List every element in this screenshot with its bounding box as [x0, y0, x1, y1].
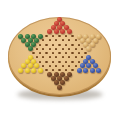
hole[interactable] [45, 44, 47, 46]
hole[interactable] [49, 65, 51, 67]
hole[interactable] [49, 48, 51, 50]
hole[interactable] [39, 44, 41, 46]
peg-red[interactable] [67, 29, 72, 34]
hole[interactable] [58, 69, 60, 71]
hole[interactable] [42, 39, 44, 41]
hole[interactable] [55, 48, 57, 50]
peg-blue[interactable] [83, 68, 88, 73]
hole[interactable] [52, 69, 54, 71]
hole[interactable] [58, 52, 60, 54]
hole[interactable] [75, 56, 77, 58]
chinese-checkers-board [8, 17, 111, 95]
hole[interactable] [36, 48, 38, 50]
hole[interactable] [81, 56, 83, 58]
hole[interactable] [62, 39, 64, 41]
hole[interactable] [39, 52, 41, 54]
hole[interactable] [45, 52, 47, 54]
hole[interactable] [52, 35, 54, 37]
hole[interactable] [84, 52, 86, 54]
peg-yellow[interactable] [38, 68, 43, 73]
peg-red[interactable] [54, 29, 59, 34]
hole[interactable] [45, 35, 47, 37]
hole[interactable] [71, 52, 73, 54]
hole[interactable] [78, 52, 80, 54]
hole[interactable] [49, 56, 51, 58]
hole[interactable] [68, 48, 70, 50]
hole[interactable] [45, 61, 47, 63]
hole[interactable] [32, 52, 34, 54]
chinese-checkers-photo [0, 0, 120, 120]
hole[interactable] [75, 39, 77, 41]
peg-natural[interactable] [86, 46, 91, 51]
hole[interactable] [68, 39, 70, 41]
hole[interactable] [81, 48, 83, 50]
hole[interactable] [65, 44, 67, 46]
hole[interactable] [42, 56, 44, 58]
hole[interactable] [68, 56, 70, 58]
hole[interactable] [49, 39, 51, 41]
hole[interactable] [42, 65, 44, 67]
hole[interactable] [52, 61, 54, 63]
hole[interactable] [75, 65, 77, 67]
hole[interactable] [45, 69, 47, 71]
peg-blue[interactable] [96, 68, 101, 73]
peg-blue[interactable] [77, 68, 82, 73]
hole[interactable] [39, 61, 41, 63]
hole[interactable] [62, 48, 64, 50]
hole[interactable] [71, 61, 73, 63]
hole[interactable] [42, 48, 44, 50]
hole[interactable] [52, 44, 54, 46]
hole[interactable] [55, 56, 57, 58]
hole[interactable] [55, 65, 57, 67]
hole[interactable] [71, 69, 73, 71]
hole[interactable] [71, 35, 73, 37]
hole[interactable] [58, 61, 60, 63]
hole[interactable] [62, 65, 64, 67]
hole[interactable] [65, 52, 67, 54]
hole[interactable] [65, 35, 67, 37]
peg-red[interactable] [60, 29, 65, 34]
peg-blue[interactable] [90, 68, 95, 73]
peg-yellow[interactable] [25, 68, 30, 73]
hole[interactable] [52, 52, 54, 54]
hole[interactable] [65, 69, 67, 71]
hole[interactable] [58, 35, 60, 37]
hole[interactable] [36, 56, 38, 58]
hole[interactable] [65, 61, 67, 63]
peg-green[interactable] [28, 46, 33, 51]
hole[interactable] [58, 44, 60, 46]
peg-lattice [8, 17, 111, 95]
hole[interactable] [68, 65, 70, 67]
peg-yellow[interactable] [31, 68, 36, 73]
hole[interactable] [55, 39, 57, 41]
peg-yellow[interactable] [18, 68, 23, 73]
peg-brown[interactable] [57, 85, 62, 90]
hole[interactable] [71, 44, 73, 46]
hole[interactable] [78, 61, 80, 63]
hole[interactable] [78, 44, 80, 46]
hole[interactable] [62, 56, 64, 58]
peg-red[interactable] [47, 29, 52, 34]
hole[interactable] [75, 48, 77, 50]
